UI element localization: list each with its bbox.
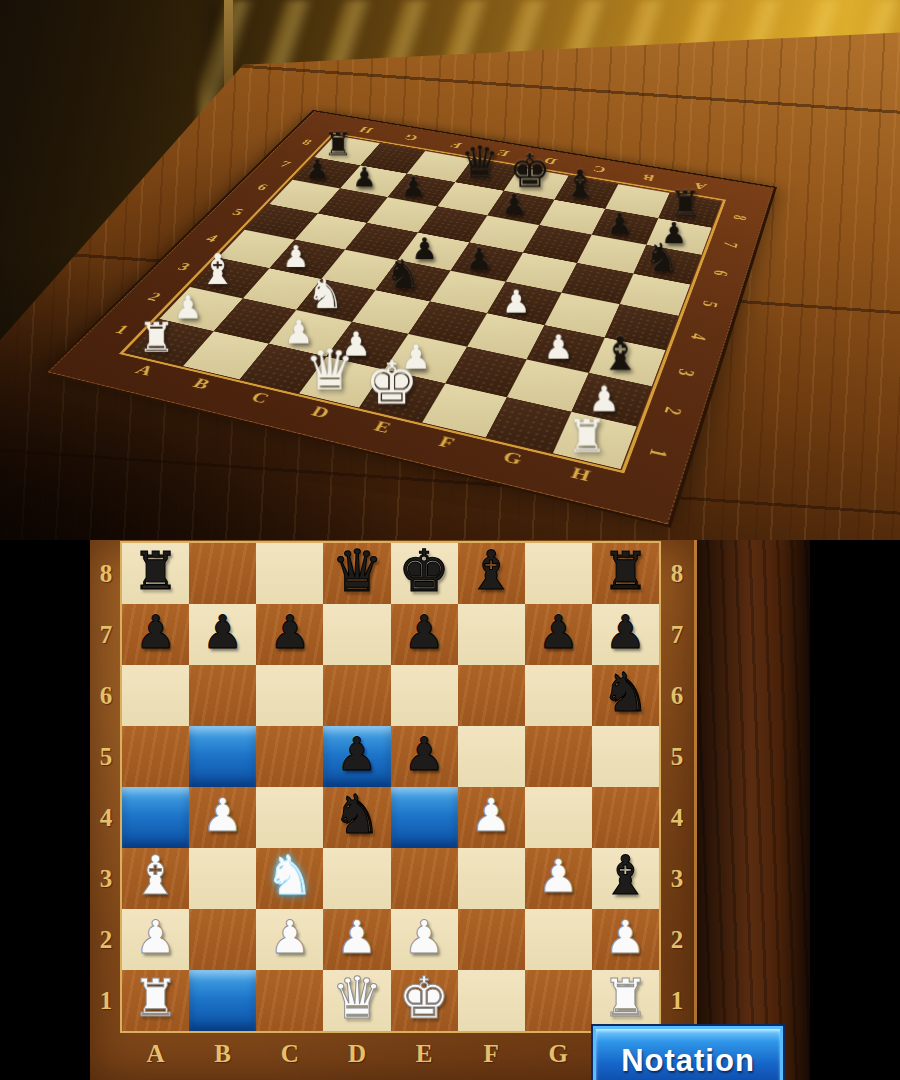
white-rook-3d-a1: ♜ xyxy=(138,317,175,358)
white-pawn-d2[interactable]: ♟ xyxy=(336,914,377,960)
black-king-3d-e8: ♚ xyxy=(509,147,551,193)
rank-label-left-2: 2 xyxy=(90,909,122,970)
black-bishop-h3[interactable]: ♝ xyxy=(601,849,649,903)
black-pawn-d5[interactable]: ♟ xyxy=(336,731,377,777)
white-rook-3d-h1: ♜ xyxy=(567,414,608,459)
square-g5[interactable] xyxy=(525,726,592,787)
black-rook-h8[interactable]: ♜ xyxy=(602,545,649,597)
square-f1[interactable] xyxy=(458,970,525,1031)
square-a4[interactable] xyxy=(122,787,189,848)
rank-label-left-5: 5 xyxy=(90,726,122,787)
file-label-g: G xyxy=(525,1033,592,1075)
chessboard-2d-frame: ♜♛♚♝♜♟♟♟♟♟♟♞♟♟♟♞♟♝♞♟♝♟♟♟♟♟♜♛♚♜ 887766554… xyxy=(90,540,697,1080)
white-queen-3d-d1: ♛ xyxy=(305,342,356,398)
rank-label-3d-right-2: 2 xyxy=(655,396,689,427)
white-pawn-e2[interactable]: ♟ xyxy=(403,914,444,960)
square-f8[interactable]: ♝ xyxy=(458,543,525,604)
square-b7[interactable]: ♟ xyxy=(189,604,256,665)
square-e1[interactable]: ♚ xyxy=(391,970,458,1031)
square-b5[interactable] xyxy=(189,726,256,787)
square-e4[interactable] xyxy=(391,787,458,848)
square-c6[interactable] xyxy=(256,665,323,726)
file-label-f: F xyxy=(458,1033,525,1075)
square-a5[interactable] xyxy=(122,726,189,787)
square-a7[interactable]: ♟ xyxy=(122,604,189,665)
black-pawn-3d-a7: ♟ xyxy=(305,156,329,183)
black-queen-3d-d8: ♛ xyxy=(460,141,500,185)
white-pawn-3d-b4: ♟ xyxy=(283,242,310,272)
notation-button[interactable]: Notation xyxy=(593,1026,783,1080)
rank-label-right-4: 4 xyxy=(659,787,695,848)
file-label-c: C xyxy=(256,1033,323,1075)
rank-label-3d-right-6: 6 xyxy=(706,262,735,285)
white-pawn-3d-a2: ♟ xyxy=(174,291,203,323)
square-g1[interactable] xyxy=(525,970,592,1031)
square-e2[interactable]: ♟ xyxy=(391,909,458,970)
square-c7[interactable]: ♟ xyxy=(256,604,323,665)
black-pawn-3d-g7: ♟ xyxy=(606,209,632,238)
square-c8[interactable] xyxy=(256,543,323,604)
white-pawn-b4[interactable]: ♟ xyxy=(202,792,243,838)
square-b6[interactable] xyxy=(189,665,256,726)
square-a6[interactable] xyxy=(122,665,189,726)
square-d5[interactable]: ♟ xyxy=(323,726,390,787)
black-knight-d4[interactable]: ♞ xyxy=(333,788,381,842)
square-h6[interactable]: ♞ xyxy=(592,665,659,726)
file-label-a: A xyxy=(122,1033,189,1075)
rank-label-3d-right-1: 1 xyxy=(640,436,676,469)
black-king-e8[interactable]: ♚ xyxy=(398,542,450,600)
square-a2[interactable]: ♟ xyxy=(122,909,189,970)
file-label-b: B xyxy=(189,1033,256,1075)
square-g3[interactable]: ♟ xyxy=(525,848,592,909)
black-pawn-3d-e7: ♟ xyxy=(501,191,526,219)
square-g4[interactable] xyxy=(525,787,592,848)
rank-label-left-6: 6 xyxy=(90,665,122,726)
square-f5[interactable] xyxy=(458,726,525,787)
square-a1[interactable]: ♜ xyxy=(122,970,189,1031)
square-d6[interactable] xyxy=(323,665,390,726)
black-knight-3d-d4: ♞ xyxy=(386,254,422,294)
board-3d-scene: ♜♛♚♝♜♟♟♟♟♟♟♞♟♟♟♞♟♝♞♟♝♟♟♟♟♟♜♛♚♜AABBCCDDEE… xyxy=(170,0,730,540)
white-pawn-3d-g3: ♟ xyxy=(543,331,573,364)
square-f4[interactable]: ♟ xyxy=(458,787,525,848)
rank-label-right-5: 5 xyxy=(659,726,695,787)
chessboard-2d: ♜♛♚♝♜♟♟♟♟♟♟♞♟♟♟♞♟♝♞♟♝♟♟♟♟♟♜♛♚♜ xyxy=(122,543,659,1031)
white-knight-c3[interactable]: ♞ xyxy=(266,849,314,903)
black-knight-3d-h6: ♞ xyxy=(645,238,680,277)
square-e6[interactable] xyxy=(391,665,458,726)
square-e3[interactable] xyxy=(391,848,458,909)
square-e7[interactable]: ♟ xyxy=(391,604,458,665)
square-e8[interactable]: ♚ xyxy=(391,543,458,604)
square-d1[interactable]: ♛ xyxy=(323,970,390,1031)
rank-label-3d-right-4: 4 xyxy=(683,324,714,350)
black-pawn-b7[interactable]: ♟ xyxy=(202,609,243,655)
white-queen-d1[interactable]: ♛ xyxy=(331,969,383,1027)
square-c1[interactable] xyxy=(256,970,323,1031)
square-a8[interactable]: ♜ xyxy=(122,543,189,604)
black-bishop-3d-f8: ♝ xyxy=(563,165,597,203)
black-pawn-c7[interactable]: ♟ xyxy=(269,609,310,655)
rank-label-right-2: 2 xyxy=(659,909,695,970)
square-b2[interactable] xyxy=(189,909,256,970)
square-g8[interactable] xyxy=(525,543,592,604)
black-pawn-h7[interactable]: ♟ xyxy=(605,609,646,655)
square-h7[interactable]: ♟ xyxy=(592,604,659,665)
white-knight-3d-c3: ♞ xyxy=(307,273,344,314)
white-king-e1[interactable]: ♚ xyxy=(398,969,450,1027)
black-bishop-f8[interactable]: ♝ xyxy=(467,544,515,598)
file-label-3d-back-g: G xyxy=(385,129,437,145)
white-pawn-f4[interactable]: ♟ xyxy=(471,792,512,838)
white-bishop-3d-a3: ♝ xyxy=(199,249,237,291)
square-h2[interactable]: ♟ xyxy=(592,909,659,970)
square-h5[interactable] xyxy=(592,726,659,787)
black-rook-a8[interactable]: ♜ xyxy=(132,545,179,597)
square-b4[interactable]: ♟ xyxy=(189,787,256,848)
rank-label-left-7: 7 xyxy=(90,604,122,665)
white-pawn-g3[interactable]: ♟ xyxy=(538,853,579,899)
square-d2[interactable]: ♟ xyxy=(323,909,390,970)
white-king-3d-e1: ♚ xyxy=(365,353,418,413)
square-a3[interactable]: ♝ xyxy=(122,848,189,909)
rank-label-right-8: 8 xyxy=(659,543,695,604)
square-e5[interactable]: ♟ xyxy=(391,726,458,787)
square-d3[interactable] xyxy=(323,848,390,909)
square-h3[interactable]: ♝ xyxy=(592,848,659,909)
white-rook-h1[interactable]: ♜ xyxy=(602,972,649,1024)
square-b8[interactable] xyxy=(189,543,256,604)
square-c4[interactable] xyxy=(256,787,323,848)
black-pawn-g7[interactable]: ♟ xyxy=(538,609,579,655)
black-pawn-e7[interactable]: ♟ xyxy=(403,609,444,655)
rank-label-left-4: 4 xyxy=(90,787,122,848)
white-pawn-a2[interactable]: ♟ xyxy=(135,914,176,960)
white-rook-a1[interactable]: ♜ xyxy=(132,972,179,1024)
square-c3[interactable]: ♞ xyxy=(256,848,323,909)
square-g6[interactable] xyxy=(525,665,592,726)
black-pawn-e5[interactable]: ♟ xyxy=(403,731,444,777)
white-pawn-h2[interactable]: ♟ xyxy=(605,914,646,960)
black-pawn-3d-b7: ♟ xyxy=(352,164,376,191)
rank-label-left-3: 3 xyxy=(90,848,122,909)
square-c2[interactable]: ♟ xyxy=(256,909,323,970)
square-g2[interactable] xyxy=(525,909,592,970)
square-f3[interactable] xyxy=(458,848,525,909)
black-pawn-3d-c7: ♟ xyxy=(401,173,426,201)
square-d7[interactable] xyxy=(323,604,390,665)
white-pawn-c2[interactable]: ♟ xyxy=(269,914,310,960)
black-pawn-a7[interactable]: ♟ xyxy=(135,609,176,655)
white-pawn-3d-f4: ♟ xyxy=(502,285,530,317)
square-d4[interactable]: ♞ xyxy=(323,787,390,848)
square-d8[interactable]: ♛ xyxy=(323,543,390,604)
rank-label-3d-right-8: 8 xyxy=(726,208,752,228)
square-b3[interactable] xyxy=(189,848,256,909)
square-h1[interactable]: ♜ xyxy=(592,970,659,1031)
file-label-d: D xyxy=(323,1033,390,1075)
black-bishop-3d-h3: ♝ xyxy=(600,331,641,377)
rank-label-left-8: 8 xyxy=(90,543,122,604)
square-c5[interactable] xyxy=(256,726,323,787)
square-f7[interactable] xyxy=(458,604,525,665)
bottom-screen-touch-board: ♜♛♚♝♜♟♟♟♟♟♟♞♟♟♟♞♟♝♞♟♝♟♟♟♟♟♜♛♚♜ 887766554… xyxy=(0,540,900,1080)
rank-label-right-6: 6 xyxy=(659,665,695,726)
square-f6[interactable] xyxy=(458,665,525,726)
square-b1[interactable] xyxy=(189,970,256,1031)
white-bishop-a3[interactable]: ♝ xyxy=(131,849,179,903)
rank-label-right-3: 3 xyxy=(659,848,695,909)
black-pawn-3d-e5: ♟ xyxy=(465,244,492,274)
rank-label-3d-right-3: 3 xyxy=(669,358,701,386)
rank-label-right-7: 7 xyxy=(659,604,695,665)
square-g7[interactable]: ♟ xyxy=(525,604,592,665)
wood-plank-background xyxy=(697,540,810,1080)
chess-game-screenshot: ♜♛♚♝♜♟♟♟♟♟♟♞♟♟♟♞♟♝♞♟♝♟♟♟♟♟♜♛♚♜AABBCCDDEE… xyxy=(0,0,900,1080)
square-f2[interactable] xyxy=(458,909,525,970)
rank-label-3d-right-7: 7 xyxy=(716,234,743,255)
square-h4[interactable] xyxy=(592,787,659,848)
top-screen-3d-view: ♜♛♚♝♜♟♟♟♟♟♟♞♟♟♟♞♟♝♞♟♝♟♟♟♟♟♜♛♚♜AABBCCDDEE… xyxy=(0,0,900,540)
black-queen-d8[interactable]: ♛ xyxy=(331,542,383,600)
black-knight-h6[interactable]: ♞ xyxy=(601,666,649,720)
rank-label-right-1: 1 xyxy=(659,970,695,1031)
file-label-e: E xyxy=(391,1033,458,1075)
rank-label-left-1: 1 xyxy=(90,970,122,1031)
square-h8[interactable]: ♜ xyxy=(592,543,659,604)
rank-label-3d-right-5: 5 xyxy=(695,292,725,316)
